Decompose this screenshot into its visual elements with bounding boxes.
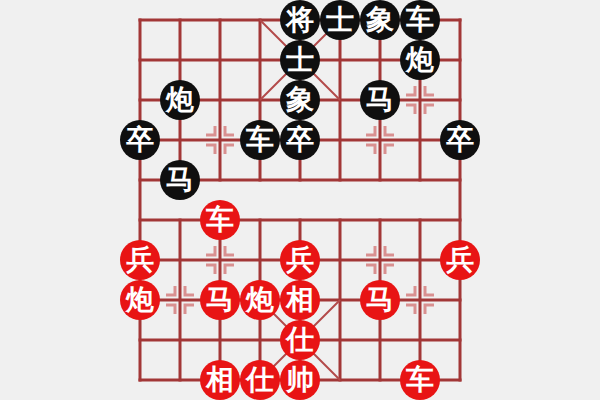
piece-red-cannon[interactable]: 炮 xyxy=(240,280,280,320)
piece-red-soldier[interactable]: 兵 xyxy=(440,240,480,280)
piece-red-horse[interactable]: 马 xyxy=(360,280,400,320)
piece-red-general[interactable]: 帅 xyxy=(280,360,320,400)
piece-black-chariot[interactable]: 车 xyxy=(240,120,280,160)
piece-red-soldier[interactable]: 兵 xyxy=(120,240,160,280)
piece-red-advisor[interactable]: 仕 xyxy=(240,360,280,400)
piece-red-cannon[interactable]: 炮 xyxy=(120,280,160,320)
piece-red-chariot[interactable]: 车 xyxy=(200,200,240,240)
piece-black-soldier[interactable]: 卒 xyxy=(280,120,320,160)
piece-red-advisor[interactable]: 仕 xyxy=(280,320,320,360)
piece-black-advisor[interactable]: 士 xyxy=(320,0,360,40)
piece-black-general[interactable]: 将 xyxy=(280,0,320,40)
piece-black-chariot[interactable]: 车 xyxy=(400,0,440,40)
piece-black-advisor[interactable]: 士 xyxy=(280,40,320,80)
piece-red-elephant[interactable]: 相 xyxy=(280,280,320,320)
piece-red-soldier[interactable]: 兵 xyxy=(280,240,320,280)
pieces-layer: 将士象车士炮炮象马卒车卒卒马车兵兵兵炮马炮相马仕相仕帅车 xyxy=(120,0,480,400)
xiangqi-board[interactable]: 将士象车士炮炮象马卒车卒卒马车兵兵兵炮马炮相马仕相仕帅车 xyxy=(0,0,600,400)
piece-black-elephant[interactable]: 象 xyxy=(280,80,320,120)
piece-black-horse[interactable]: 马 xyxy=(360,80,400,120)
piece-black-cannon[interactable]: 炮 xyxy=(160,80,200,120)
piece-black-soldier[interactable]: 卒 xyxy=(440,120,480,160)
piece-black-elephant[interactable]: 象 xyxy=(360,0,400,40)
piece-red-horse[interactable]: 马 xyxy=(200,280,240,320)
piece-red-chariot[interactable]: 车 xyxy=(400,360,440,400)
piece-black-cannon[interactable]: 炮 xyxy=(400,40,440,80)
piece-red-elephant[interactable]: 相 xyxy=(200,360,240,400)
piece-black-horse[interactable]: 马 xyxy=(160,160,200,200)
piece-black-soldier[interactable]: 卒 xyxy=(120,120,160,160)
